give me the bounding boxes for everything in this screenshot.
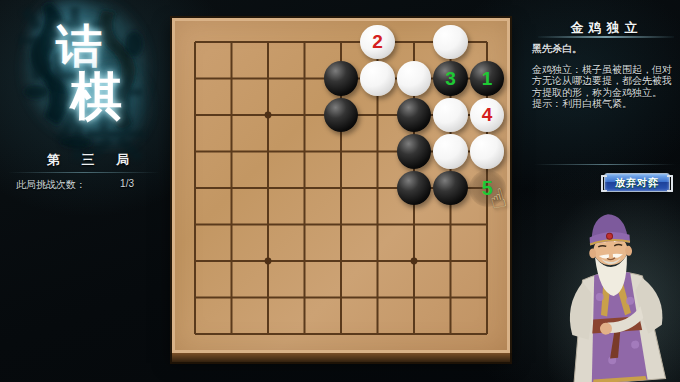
white-stone [433, 134, 468, 169]
black-stone [324, 98, 359, 133]
white-stone [470, 134, 505, 169]
go-board[interactable]: 23145 ☝ [170, 16, 512, 355]
stage-label: 第 三 局 [0, 151, 176, 169]
left-divider [8, 172, 160, 173]
puzzle-title: 金鸡独立 [528, 19, 680, 37]
black-stone [433, 171, 468, 206]
calligraphy-title-char-2: 棋 [70, 62, 122, 132]
black-stone: 3 [433, 61, 468, 96]
puzzle-objective: 黑先杀白。 [532, 43, 678, 55]
white-stone [397, 61, 432, 96]
puzzle-hint: 提示：利用白棋气紧。 [532, 98, 678, 110]
challenge-value: 1/3 [120, 178, 134, 192]
white-stone [433, 25, 468, 60]
forfeit-game-button[interactable]: 放弃对弈 [604, 173, 670, 192]
stones-layer: 23145 [177, 24, 506, 353]
black-stone: 1 [470, 61, 505, 96]
white-stone: 4 [470, 98, 505, 133]
challenge-label: 此局挑战次数： [16, 178, 86, 192]
panel-divider [534, 164, 676, 165]
black-stone [397, 134, 432, 169]
white-stone [360, 61, 395, 96]
right-panel: 金鸡独立 黑先杀白。 金鸡独立：棋子虽被围起，但对方无论从哪边要提，都会先被我方… [528, 0, 680, 382]
white-stone [433, 98, 468, 133]
left-panel: 诘 棋 诘 棋 第 三 局 此局挑战次数： 1/3 [0, 0, 170, 382]
black-stone [397, 98, 432, 133]
title-underline [538, 36, 674, 38]
go-master-illustration [548, 200, 680, 382]
black-stone [324, 61, 359, 96]
challenge-counter: 此局挑战次数： 1/3 [16, 178, 134, 192]
black-stone [397, 171, 432, 206]
white-stone: 2 [360, 25, 395, 60]
puzzle-description: 金鸡独立：棋子虽被围起，但对方无论从哪边要提，都会先被我方提取的形，称为金鸡独立… [532, 64, 678, 99]
